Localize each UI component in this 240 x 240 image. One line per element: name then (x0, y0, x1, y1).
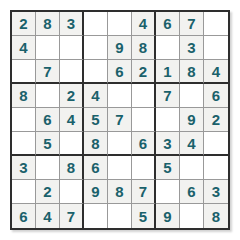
cell-r7c9[interactable] (204, 156, 228, 180)
cell-r2c8[interactable]: 3 (180, 36, 204, 60)
cell-r4c5[interactable] (108, 84, 132, 108)
cell-r2c9[interactable] (204, 36, 228, 60)
cell-r3c4[interactable] (84, 60, 108, 84)
cell-r4c9[interactable]: 6 (204, 84, 228, 108)
cell-r7c4[interactable]: 6 (84, 156, 108, 180)
cell-r2c4[interactable] (84, 36, 108, 60)
cell-r3c7[interactable]: 1 (156, 60, 180, 84)
cell-r1c9[interactable] (204, 12, 228, 36)
cell-r5c2[interactable]: 6 (36, 108, 60, 132)
cell-r8c5[interactable]: 8 (108, 180, 132, 204)
cell-r9c7[interactable]: 9 (156, 204, 180, 228)
cell-r1c7[interactable]: 6 (156, 12, 180, 36)
cell-r3c9[interactable]: 4 (204, 60, 228, 84)
cell-r5c1[interactable] (12, 108, 36, 132)
cell-r9c8[interactable] (180, 204, 204, 228)
cell-r9c3[interactable]: 7 (60, 204, 84, 228)
cell-r8c8[interactable]: 6 (180, 180, 204, 204)
cell-r1c4[interactable] (84, 12, 108, 36)
cell-r5c7[interactable] (156, 108, 180, 132)
cell-r1c6[interactable]: 4 (132, 12, 156, 36)
cell-r4c8[interactable] (180, 84, 204, 108)
cell-r8c1[interactable] (12, 180, 36, 204)
cell-r2c3[interactable] (60, 36, 84, 60)
cell-r6c8[interactable]: 4 (180, 132, 204, 156)
cell-r6c9[interactable] (204, 132, 228, 156)
cell-r5c3[interactable]: 4 (60, 108, 84, 132)
cell-r3c3[interactable] (60, 60, 84, 84)
cell-r8c9[interactable]: 3 (204, 180, 228, 204)
cell-r1c2[interactable]: 8 (36, 12, 60, 36)
cell-r9c1[interactable]: 6 (12, 204, 36, 228)
cell-r5c6[interactable] (132, 108, 156, 132)
cell-r2c5[interactable]: 9 (108, 36, 132, 60)
cell-r4c2[interactable] (36, 84, 60, 108)
cell-r3c8[interactable]: 8 (180, 60, 204, 84)
cell-r7c3[interactable]: 8 (60, 156, 84, 180)
cell-r1c1[interactable]: 2 (12, 12, 36, 36)
cell-r9c5[interactable] (108, 204, 132, 228)
cell-r4c3[interactable]: 2 (60, 84, 84, 108)
cell-r8c3[interactable] (60, 180, 84, 204)
cell-r4c1[interactable]: 8 (12, 84, 36, 108)
cell-r9c6[interactable]: 5 (132, 204, 156, 228)
cell-r6c5[interactable] (108, 132, 132, 156)
cell-r4c6[interactable] (132, 84, 156, 108)
cell-r4c4[interactable]: 4 (84, 84, 108, 108)
cell-r7c5[interactable] (108, 156, 132, 180)
cell-r1c5[interactable] (108, 12, 132, 36)
cell-r2c1[interactable]: 4 (12, 36, 36, 60)
sudoku-board: 2834674983762184824766457925863438652987… (10, 10, 230, 230)
cell-r5c9[interactable]: 2 (204, 108, 228, 132)
cell-r8c7[interactable] (156, 180, 180, 204)
cell-r6c1[interactable] (12, 132, 36, 156)
cell-r8c2[interactable]: 2 (36, 180, 60, 204)
cell-r1c3[interactable]: 3 (60, 12, 84, 36)
cell-r8c6[interactable]: 7 (132, 180, 156, 204)
cell-r7c6[interactable] (132, 156, 156, 180)
cell-r9c9[interactable]: 8 (204, 204, 228, 228)
cell-r5c5[interactable]: 7 (108, 108, 132, 132)
cell-r2c6[interactable]: 8 (132, 36, 156, 60)
cell-r7c2[interactable] (36, 156, 60, 180)
cell-r3c5[interactable]: 6 (108, 60, 132, 84)
cell-r6c4[interactable]: 8 (84, 132, 108, 156)
cell-r9c4[interactable] (84, 204, 108, 228)
cell-r1c8[interactable]: 7 (180, 12, 204, 36)
cell-r7c7[interactable]: 5 (156, 156, 180, 180)
cell-r6c3[interactable] (60, 132, 84, 156)
cell-r3c6[interactable]: 2 (132, 60, 156, 84)
cell-r3c2[interactable]: 7 (36, 60, 60, 84)
cell-r9c2[interactable]: 4 (36, 204, 60, 228)
cell-r6c7[interactable]: 3 (156, 132, 180, 156)
cell-r3c1[interactable] (12, 60, 36, 84)
cell-r7c8[interactable] (180, 156, 204, 180)
cell-r5c8[interactable]: 9 (180, 108, 204, 132)
sudoku-page: 2834674983762184824766457925863438652987… (0, 0, 240, 240)
cell-r2c7[interactable] (156, 36, 180, 60)
cell-r7c1[interactable]: 3 (12, 156, 36, 180)
cell-r5c4[interactable]: 5 (84, 108, 108, 132)
cell-r6c2[interactable]: 5 (36, 132, 60, 156)
cell-r4c7[interactable]: 7 (156, 84, 180, 108)
cell-r8c4[interactable]: 9 (84, 180, 108, 204)
cell-r2c2[interactable] (36, 36, 60, 60)
cell-r6c6[interactable]: 6 (132, 132, 156, 156)
